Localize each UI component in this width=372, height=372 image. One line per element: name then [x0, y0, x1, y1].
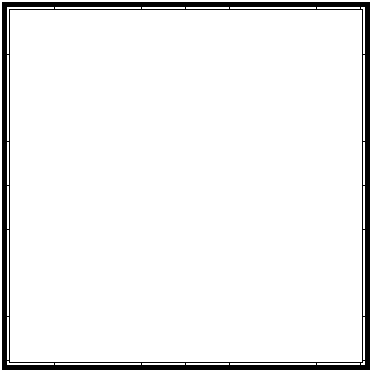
chess-board[interactable] [11, 11, 361, 361]
chess-diagram [0, 0, 372, 372]
